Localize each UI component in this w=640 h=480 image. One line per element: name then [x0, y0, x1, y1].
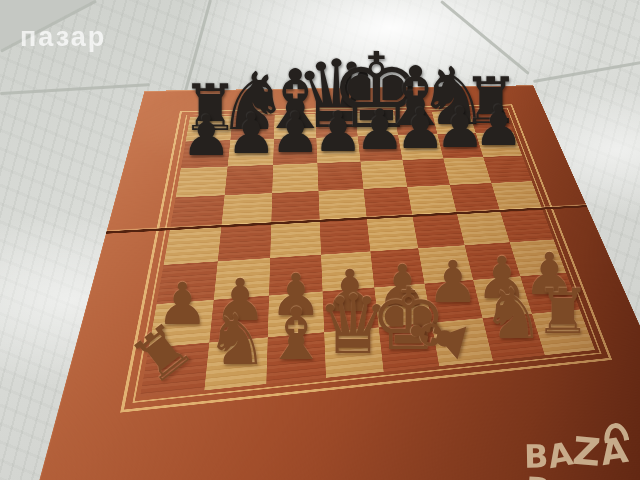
watermark-pazar: пазар: [20, 22, 106, 53]
bazar-logo-letter: Z: [571, 432, 602, 472]
bazar-logo-letter: A: [598, 433, 630, 471]
pieces-layer: ♜♞♝♛♚♝♞♜♟♟♟♟♟♟♟♟♟♟♟♟♟♟♟♟♜♞♝♛♚♝♞♜: [0, 0, 640, 480]
watermark-bazar-logo: BAZAR: [523, 430, 640, 480]
bazar-logo-letter: B: [524, 440, 549, 472]
bazar-logo-letter: R: [525, 473, 552, 480]
black-pawn: ♟: [471, 98, 527, 154]
chess-photo-scene: ♜♞♝♛♚♝♞♜♟♟♟♟♟♟♟♟♟♟♟♟♟♟♟♟♜♞♝♛♚♝♞♜ пазар B…: [0, 0, 640, 480]
white-rook: ♜: [532, 281, 594, 343]
